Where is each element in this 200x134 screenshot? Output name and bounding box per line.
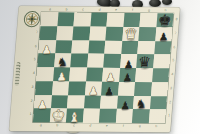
square-a1[interactable]	[33, 108, 51, 122]
square-f4[interactable]: ♟	[119, 68, 137, 82]
black-pawn-f2[interactable]: ♟	[120, 99, 130, 110]
square-b5[interactable]: ♞	[54, 54, 72, 68]
square-e5[interactable]	[103, 54, 121, 68]
square-f6[interactable]	[121, 40, 139, 54]
white-pawn-a2[interactable]: ♟	[38, 99, 48, 110]
black-knight-b5[interactable]: ♞	[57, 56, 68, 68]
white-pawn-a6[interactable]: ♟	[42, 44, 52, 55]
square-g5[interactable]: ♛	[136, 54, 154, 68]
coordinate-label: 6	[172, 41, 177, 55]
square-e4[interactable]: ♟	[102, 68, 120, 82]
square-e1[interactable]	[99, 109, 117, 123]
square-g3[interactable]	[134, 82, 152, 96]
file-labels-bottom: abcdefgh	[32, 124, 164, 129]
coordinate-label: a	[32, 124, 49, 128]
white-pawn-d3[interactable]: ♟	[88, 85, 98, 96]
square-h2[interactable]	[149, 96, 167, 110]
square-e8[interactable]	[106, 13, 124, 27]
white-pawn-e4[interactable]: ♟	[106, 72, 116, 83]
square-b6[interactable]	[55, 40, 73, 54]
table-surface: abcdefgh abcdefgh 87654321 87654321 ♚♛♟♟…	[0, 0, 200, 134]
square-d8[interactable]	[90, 13, 108, 27]
captured-black-piece[interactable]	[162, 0, 172, 5]
coordinate-label: 1	[166, 110, 171, 124]
square-a5[interactable]	[37, 53, 55, 67]
black-king-h8[interactable]: ♚	[158, 13, 172, 29]
white-queen-f7[interactable]: ♛	[124, 27, 137, 42]
square-e7[interactable]	[105, 27, 123, 41]
black-pawn-f5[interactable]: ♟	[123, 58, 133, 69]
coordinate-label: a	[42, 8, 59, 12]
square-b7[interactable]	[56, 26, 74, 40]
square-g7[interactable]	[138, 27, 156, 41]
coordinate-label: h	[148, 125, 165, 129]
board-grid: ♚♛♟♟♞♟♛♟♟♟♟♟♟♟♞♚♝	[33, 12, 174, 123]
black-pawn-h7[interactable]: ♟	[159, 31, 169, 42]
captured-black-piece[interactable]	[149, 0, 161, 7]
square-h6[interactable]	[154, 41, 172, 55]
square-d3[interactable]: ♟	[85, 81, 103, 95]
square-h1[interactable]	[148, 109, 166, 123]
square-c7[interactable]	[72, 26, 90, 40]
white-king-b1[interactable]: ♚	[51, 108, 65, 124]
square-f8[interactable]	[123, 13, 141, 27]
square-a7[interactable]	[39, 26, 57, 40]
square-c5[interactable]	[70, 54, 88, 68]
coordinate-label: g	[141, 9, 158, 13]
coordinate-label: e	[108, 8, 125, 12]
square-g2[interactable]: ♞	[133, 96, 151, 110]
black-knight-g2[interactable]: ♞	[136, 98, 147, 110]
coordinate-label: 2	[167, 96, 172, 110]
square-f2[interactable]: ♟	[116, 95, 134, 109]
coordinate-label: f	[115, 125, 132, 129]
square-a3[interactable]	[35, 81, 53, 95]
square-c8[interactable]	[73, 12, 91, 26]
white-pawn-b4[interactable]: ♟	[56, 71, 66, 82]
brand-emblem-icon	[22, 10, 41, 28]
square-d5[interactable]	[87, 54, 105, 68]
coordinate-label: d	[82, 125, 99, 129]
square-a6[interactable]: ♟	[38, 40, 56, 54]
black-pawn-e3[interactable]: ♟	[105, 86, 115, 97]
square-f7[interactable]: ♛	[122, 27, 140, 41]
coordinate-label: b	[49, 124, 66, 128]
square-d2[interactable]	[83, 95, 101, 109]
square-a8[interactable]	[40, 12, 58, 26]
black-pawn-f4[interactable]: ♟	[122, 72, 132, 83]
square-a4[interactable]	[36, 67, 54, 81]
square-c6[interactable]	[71, 40, 89, 54]
coordinate-label: 4	[170, 68, 175, 82]
square-d7[interactable]	[89, 26, 107, 40]
square-h8[interactable]: ♚	[156, 13, 174, 27]
square-f3[interactable]	[118, 82, 136, 96]
white-bishop-c1[interactable]: ♝	[69, 111, 81, 124]
square-c2[interactable]	[67, 95, 85, 109]
square-h5[interactable]	[153, 54, 171, 68]
square-h3[interactable]	[151, 82, 169, 96]
brand-marking	[15, 62, 20, 86]
square-e3[interactable]: ♟	[101, 81, 119, 95]
coordinate-label: 3	[169, 82, 174, 96]
black-queen-g5[interactable]: ♛	[138, 54, 151, 69]
square-f5[interactable]: ♟	[120, 54, 138, 68]
square-h4[interactable]	[152, 68, 170, 82]
coordinate-label: 8	[174, 13, 179, 27]
coordinate-label: 7	[173, 27, 178, 41]
coordinate-label: d	[91, 8, 108, 12]
square-b3[interactable]	[52, 81, 70, 95]
square-g8[interactable]	[139, 13, 157, 27]
square-c4[interactable]	[69, 67, 87, 81]
coordinate-label: b	[58, 8, 75, 12]
coordinate-label: 5	[171, 55, 176, 69]
square-g6[interactable]	[137, 41, 155, 55]
square-b8[interactable]	[57, 12, 75, 26]
square-d1[interactable]	[82, 109, 100, 123]
chess-board-mat: abcdefgh abcdefgh 87654321 87654321 ♚♛♟♟…	[9, 6, 180, 132]
square-b1[interactable]: ♚	[49, 109, 67, 123]
square-d4[interactable]	[86, 68, 104, 82]
coordinate-label: c	[65, 124, 82, 128]
coordinate-label: g	[131, 125, 148, 129]
square-a2[interactable]: ♟	[34, 95, 52, 109]
square-c1[interactable]: ♝	[66, 109, 84, 123]
square-c3[interactable]	[68, 81, 86, 95]
coordinate-label: f	[124, 8, 141, 12]
square-b4[interactable]: ♟	[53, 67, 71, 81]
square-g1[interactable]	[132, 109, 150, 123]
square-d6[interactable]	[88, 40, 106, 54]
square-e6[interactable]	[104, 40, 122, 54]
square-e2[interactable]	[100, 95, 118, 109]
coordinate-label: e	[98, 125, 115, 129]
coordinate-label: c	[75, 8, 92, 12]
square-f1[interactable]	[115, 109, 133, 123]
